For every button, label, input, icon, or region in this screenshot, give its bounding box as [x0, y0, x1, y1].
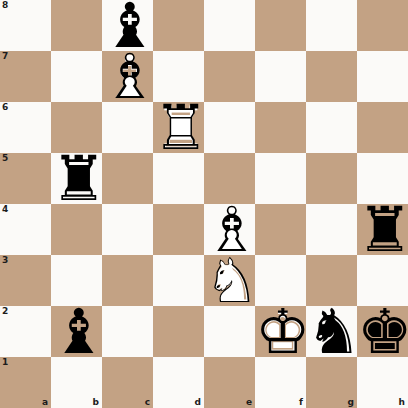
file-label-c: c	[145, 398, 150, 407]
square-g6[interactable]	[306, 102, 357, 153]
square-a3[interactable]: 3	[0, 255, 51, 306]
square-h6[interactable]	[357, 102, 408, 153]
black-knight[interactable]: ♞	[306, 306, 357, 357]
black-rook[interactable]: ♜	[357, 204, 408, 255]
square-e1[interactable]: e	[204, 357, 255, 408]
square-e6[interactable]	[204, 102, 255, 153]
black-rook-icon: ♜	[51, 153, 102, 204]
square-f4[interactable]	[255, 204, 306, 255]
square-c3[interactable]	[102, 255, 153, 306]
square-e2[interactable]	[204, 306, 255, 357]
rank-label-7: 7	[2, 52, 8, 61]
white-rook[interactable]: ♜♖	[153, 102, 204, 153]
square-g2[interactable]: ♞	[306, 306, 357, 357]
square-b1[interactable]: b	[51, 357, 102, 408]
rank-label-4: 4	[2, 205, 8, 214]
square-g1[interactable]: g	[306, 357, 357, 408]
file-label-f: f	[299, 398, 303, 407]
file-label-g: g	[348, 398, 354, 407]
black-bishop[interactable]: ♝	[51, 306, 102, 357]
square-h1[interactable]: h	[357, 357, 408, 408]
white-knight-icon: ♘	[204, 255, 255, 306]
rank-label-5: 5	[2, 154, 8, 163]
square-e7[interactable]	[204, 51, 255, 102]
square-c1[interactable]: c	[102, 357, 153, 408]
chess-board: 8♝7♝♗6♜♖5♜4♝♗♜3♞♘2♝♚♔♞♚1abcdefgh	[0, 0, 408, 408]
square-b5[interactable]: ♜	[51, 153, 102, 204]
chess-diagram: 8♝7♝♗6♜♖5♜4♝♗♜3♞♘2♝♚♔♞♚1abcdefgh	[0, 0, 408, 408]
rank-label-1: 1	[2, 358, 8, 367]
square-h8[interactable]	[357, 0, 408, 51]
square-f7[interactable]	[255, 51, 306, 102]
black-bishop-icon: ♝	[51, 306, 102, 357]
square-g4[interactable]	[306, 204, 357, 255]
white-bishop[interactable]: ♝♗	[102, 51, 153, 102]
file-label-h: h	[399, 398, 405, 407]
square-d3[interactable]	[153, 255, 204, 306]
square-h4[interactable]: ♜	[357, 204, 408, 255]
square-f2[interactable]: ♚♔	[255, 306, 306, 357]
white-king-icon: ♔	[255, 306, 306, 357]
square-d6[interactable]: ♜♖	[153, 102, 204, 153]
square-f6[interactable]	[255, 102, 306, 153]
square-h7[interactable]	[357, 51, 408, 102]
file-label-d: d	[195, 398, 201, 407]
square-b7[interactable]	[51, 51, 102, 102]
square-g7[interactable]	[306, 51, 357, 102]
square-a6[interactable]: 6	[0, 102, 51, 153]
square-d5[interactable]	[153, 153, 204, 204]
square-d2[interactable]	[153, 306, 204, 357]
square-a2[interactable]: 2	[0, 306, 51, 357]
rank-label-3: 3	[2, 256, 8, 265]
square-a8[interactable]: 8	[0, 0, 51, 51]
square-g8[interactable]	[306, 0, 357, 51]
black-king[interactable]: ♚	[357, 306, 408, 357]
square-d8[interactable]	[153, 0, 204, 51]
rank-label-6: 6	[2, 103, 8, 112]
square-e3[interactable]: ♞♘	[204, 255, 255, 306]
square-c2[interactable]	[102, 306, 153, 357]
white-rook-icon: ♖	[153, 102, 204, 153]
square-a1[interactable]: 1a	[0, 357, 51, 408]
file-label-b: b	[93, 398, 99, 407]
black-king-icon: ♚	[357, 306, 408, 357]
square-c5[interactable]	[102, 153, 153, 204]
square-c4[interactable]	[102, 204, 153, 255]
black-rook[interactable]: ♜	[51, 153, 102, 204]
square-h2[interactable]: ♚	[357, 306, 408, 357]
white-king[interactable]: ♚♔	[255, 306, 306, 357]
square-d1[interactable]: d	[153, 357, 204, 408]
square-a4[interactable]: 4	[0, 204, 51, 255]
white-knight[interactable]: ♞♘	[204, 255, 255, 306]
square-d4[interactable]	[153, 204, 204, 255]
white-bishop-icon: ♗	[102, 51, 153, 102]
square-b4[interactable]	[51, 204, 102, 255]
square-a5[interactable]: 5	[0, 153, 51, 204]
square-b8[interactable]	[51, 0, 102, 51]
rank-label-8: 8	[2, 1, 8, 10]
file-label-e: e	[246, 398, 252, 407]
square-e8[interactable]	[204, 0, 255, 51]
square-c7[interactable]: ♝♗	[102, 51, 153, 102]
square-f8[interactable]	[255, 0, 306, 51]
black-rook-icon: ♜	[357, 204, 408, 255]
rank-label-2: 2	[2, 307, 8, 316]
square-f1[interactable]: f	[255, 357, 306, 408]
square-c6[interactable]	[102, 102, 153, 153]
square-b2[interactable]: ♝	[51, 306, 102, 357]
black-knight-icon: ♞	[306, 306, 357, 357]
square-g5[interactable]	[306, 153, 357, 204]
square-a7[interactable]: 7	[0, 51, 51, 102]
file-label-a: a	[42, 398, 48, 407]
square-f5[interactable]	[255, 153, 306, 204]
